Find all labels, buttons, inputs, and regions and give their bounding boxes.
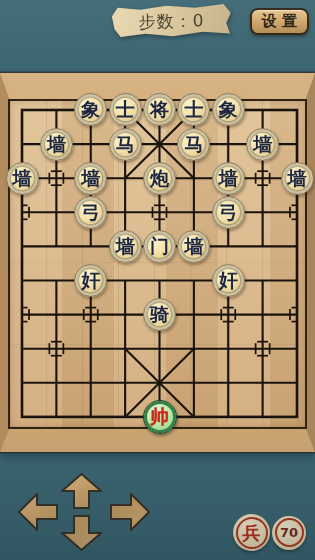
piece-glyph: 墙 (13, 169, 32, 188)
piece-glyph: 炮 (150, 169, 169, 188)
piece-马-c4r2[interactable]: 马 (108, 127, 142, 161)
piece-glyph: 象 (81, 100, 100, 119)
piece-disc: 弓 (212, 196, 245, 229)
piece-disc: 将 (143, 93, 176, 126)
piece-弓-c3r4[interactable]: 弓 (74, 195, 108, 229)
piece-disc: 士 (109, 93, 142, 126)
piece-disc: 马 (109, 128, 142, 161)
settings-label: 设置 (257, 12, 302, 31)
piece-glyph: 骑 (150, 305, 169, 324)
soldier-badge[interactable]: 兵 (233, 514, 270, 551)
settings-button[interactable]: 设置 (250, 8, 309, 35)
pieces-layer: 象士将士象墙马马墙墙墙炮墙墙弓弓墙门墙奸奸骑帅 (5, 93, 314, 434)
piece-disc: 奸 (74, 264, 107, 297)
count-badge-ring: 70 (275, 518, 304, 547)
piece-墙-c2r2[interactable]: 墙 (39, 127, 73, 161)
piece-glyph: 马 (184, 135, 203, 154)
piece-disc: 墙 (212, 162, 245, 195)
piece-glyph: 墙 (81, 169, 100, 188)
piece-disc: 士 (177, 93, 210, 126)
piece-马-c6r2[interactable]: 马 (177, 127, 211, 161)
arrow-up-button[interactable] (60, 473, 103, 509)
piece-disc: 骑 (143, 298, 176, 331)
piece-墙-c6r5[interactable]: 墙 (177, 229, 211, 263)
piece-disc: 马 (177, 128, 210, 161)
piece-glyph: 奸 (219, 271, 238, 290)
piece-disc: 象 (74, 93, 107, 126)
move-dpad (18, 473, 150, 551)
count-badge: 70 (272, 516, 306, 550)
piece-象-c7r1[interactable]: 象 (211, 93, 245, 127)
piece-glyph: 墙 (116, 237, 135, 256)
piece-disc: 弓 (74, 196, 107, 229)
piece-glyph: 奸 (81, 271, 100, 290)
piece-disc: 帅 (143, 400, 177, 434)
piece-帅-c5r10[interactable]: 帅 (142, 400, 176, 434)
piece-disc: 炮 (143, 162, 176, 195)
piece-glyph: 象 (219, 100, 238, 119)
steps-plaque: 步数：0 (112, 4, 232, 38)
piece-弓-c7r4[interactable]: 弓 (211, 195, 245, 229)
piece-门-c5r5[interactable]: 门 (142, 229, 176, 263)
piece-glyph: 墙 (219, 169, 238, 188)
steps-counter: 步数：0 (112, 5, 231, 37)
game-screen: 步数：0 设置 象士将士象墙马马墙墙墙炮墙墙弓弓墙门墙奸奸骑帅 (0, 0, 315, 560)
piece-disc: 墙 (246, 128, 279, 161)
piece-disc: 墙 (40, 128, 73, 161)
piece-墙-c4r5[interactable]: 墙 (108, 229, 142, 263)
piece-墙-c1r3[interactable]: 墙 (5, 161, 39, 195)
piece-disc: 墙 (6, 162, 39, 195)
piece-奸-c3r6[interactable]: 奸 (74, 263, 108, 297)
piece-炮-c5r3[interactable]: 炮 (142, 161, 176, 195)
piece-glyph: 帅 (150, 407, 169, 426)
arrow-left-button[interactable] (18, 492, 58, 532)
piece-disc: 奸 (212, 264, 245, 297)
piece-象-c3r1[interactable]: 象 (74, 93, 108, 127)
piece-glyph: 将 (150, 100, 169, 119)
piece-glyph: 墙 (47, 135, 66, 154)
piece-glyph: 弓 (81, 203, 100, 222)
piece-glyph: 马 (116, 135, 135, 154)
piece-disc: 象 (212, 93, 245, 126)
piece-glyph: 墙 (253, 135, 272, 154)
piece-墙-c7r3[interactable]: 墙 (211, 161, 245, 195)
piece-奸-c7r6[interactable]: 奸 (211, 263, 245, 297)
piece-墙-c9r3[interactable]: 墙 (280, 161, 314, 195)
piece-disc: 墙 (177, 230, 210, 263)
piece-disc: 墙 (74, 162, 107, 195)
arrow-down-button[interactable] (60, 515, 103, 551)
piece-将-c5r1[interactable]: 将 (142, 93, 176, 127)
count-value: 70 (280, 525, 298, 540)
piece-glyph: 墙 (288, 169, 307, 188)
arrow-right-button[interactable] (110, 492, 150, 532)
piece-骑-c5r7[interactable]: 骑 (142, 297, 176, 331)
piece-士-c4r1[interactable]: 士 (108, 93, 142, 127)
xiangqi-board: 象士将士象墙马马墙墙墙炮墙墙弓弓墙门墙奸奸骑帅 (0, 73, 315, 452)
board-surface: 象士将士象墙马马墙墙墙炮墙墙弓弓墙门墙奸奸骑帅 (10, 101, 305, 427)
piece-disc: 门 (143, 230, 176, 263)
piece-士-c6r1[interactable]: 士 (177, 93, 211, 127)
piece-glyph: 墙 (184, 237, 203, 256)
soldier-icon: 兵 (243, 521, 261, 545)
soldier-count-badges[interactable]: 兵 70 (233, 514, 307, 552)
piece-glyph: 门 (150, 237, 169, 256)
piece-glyph: 士 (116, 100, 135, 119)
piece-墙-c3r3[interactable]: 墙 (74, 161, 108, 195)
piece-glyph: 弓 (219, 203, 238, 222)
piece-墙-c8r2[interactable]: 墙 (245, 127, 279, 161)
piece-glyph: 士 (184, 100, 203, 119)
piece-disc: 墙 (281, 162, 314, 195)
piece-disc: 墙 (109, 230, 142, 263)
steps-text: 步数：0 (138, 9, 204, 33)
soldier-badge-ring: 兵 (236, 517, 268, 549)
